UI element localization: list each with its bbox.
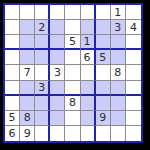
- cell-r8c3[interactable]: [35, 111, 50, 126]
- cell-r7c7[interactable]: [96, 96, 111, 111]
- cell-r9c7[interactable]: [96, 126, 111, 141]
- cell-r3c4[interactable]: [50, 35, 65, 50]
- cell-r6c5[interactable]: [65, 81, 80, 96]
- cell-r7c5: 8: [65, 96, 80, 111]
- cell-r1c7[interactable]: [96, 5, 111, 20]
- cell-r2c8: 3: [111, 20, 126, 35]
- cell-r5c6[interactable]: [81, 65, 96, 80]
- cell-r7c8[interactable]: [111, 96, 126, 111]
- cell-r3c8[interactable]: [111, 35, 126, 50]
- cell-r3c6: 1: [81, 35, 96, 50]
- cell-r8c8[interactable]: [111, 111, 126, 126]
- cell-r5c7[interactable]: [96, 65, 111, 80]
- cell-r7c9[interactable]: [126, 96, 141, 111]
- cell-r3c1[interactable]: [5, 35, 20, 50]
- cell-r8c7: 9: [96, 111, 111, 126]
- cell-r5c2: 7: [20, 65, 35, 80]
- cell-r2c9: 4: [126, 20, 141, 35]
- cell-r6c1[interactable]: [5, 81, 20, 96]
- cell-r7c4[interactable]: [50, 96, 65, 111]
- cell-r9c8[interactable]: [111, 126, 126, 141]
- cell-r7c3[interactable]: [35, 96, 50, 111]
- cell-r4c5[interactable]: [65, 50, 80, 65]
- cell-r2c7[interactable]: [96, 20, 111, 35]
- cell-r8c4[interactable]: [50, 111, 65, 126]
- cell-r5c8: 8: [111, 65, 126, 80]
- cell-r6c7[interactable]: [96, 81, 111, 96]
- cell-r3c9[interactable]: [126, 35, 141, 50]
- cell-r9c5[interactable]: [65, 126, 80, 141]
- cell-r6c4[interactable]: [50, 81, 65, 96]
- cell-r6c3: 3: [35, 81, 50, 96]
- cell-r2c6[interactable]: [81, 20, 96, 35]
- cell-r5c5[interactable]: [65, 65, 80, 80]
- cell-r8c2: 8: [20, 111, 35, 126]
- cell-r2c4[interactable]: [50, 20, 65, 35]
- cell-r1c1[interactable]: [5, 5, 20, 20]
- cell-r7c1[interactable]: [5, 96, 20, 111]
- cell-r2c3: 2: [35, 20, 50, 35]
- cell-r3c7[interactable]: [96, 35, 111, 50]
- cell-r5c9[interactable]: [126, 65, 141, 80]
- cell-r2c2[interactable]: [20, 20, 35, 35]
- cell-r2c5[interactable]: [65, 20, 80, 35]
- cell-r4c1[interactable]: [5, 50, 20, 65]
- cell-r4c4[interactable]: [50, 50, 65, 65]
- cell-r8c5[interactable]: [65, 111, 80, 126]
- cell-r1c8: 1: [111, 5, 126, 20]
- cell-r1c4[interactable]: [50, 5, 65, 20]
- cell-r5c3[interactable]: [35, 65, 50, 80]
- cell-r9c2: 9: [20, 126, 35, 141]
- cell-r1c9[interactable]: [126, 5, 141, 20]
- cell-r4c3[interactable]: [35, 50, 50, 65]
- cell-r8c9[interactable]: [126, 111, 141, 126]
- cell-r6c2[interactable]: [20, 81, 35, 96]
- cell-r6c9[interactable]: [126, 81, 141, 96]
- cell-r8c6[interactable]: [81, 111, 96, 126]
- cell-r7c2[interactable]: [20, 96, 35, 111]
- cell-r3c2[interactable]: [20, 35, 35, 50]
- cell-r3c5: 5: [65, 35, 80, 50]
- cell-r4c9[interactable]: [126, 50, 141, 65]
- sudoku-grid: 123451657383858969: [5, 5, 141, 141]
- cell-r4c2[interactable]: [20, 50, 35, 65]
- cell-r5c4: 3: [50, 65, 65, 80]
- cell-r8c1: 5: [5, 111, 20, 126]
- cell-r1c3[interactable]: [35, 5, 50, 20]
- cell-r7c6[interactable]: [81, 96, 96, 111]
- cell-r1c5[interactable]: [65, 5, 80, 20]
- sudoku-board: 123451657383858969: [3, 3, 143, 143]
- cell-r6c8[interactable]: [111, 81, 126, 96]
- cell-r1c6[interactable]: [81, 5, 96, 20]
- cell-r2c1[interactable]: [5, 20, 20, 35]
- cell-r9c1: 6: [5, 126, 20, 141]
- cell-r9c9[interactable]: [126, 126, 141, 141]
- cell-r1c2[interactable]: [20, 5, 35, 20]
- cell-r3c3[interactable]: [35, 35, 50, 50]
- cell-r9c4[interactable]: [50, 126, 65, 141]
- cell-r4c6: 6: [81, 50, 96, 65]
- cell-r9c6[interactable]: [81, 126, 96, 141]
- cell-r9c3[interactable]: [35, 126, 50, 141]
- cell-r4c8[interactable]: [111, 50, 126, 65]
- cell-r4c7: 5: [96, 50, 111, 65]
- cell-r6c6[interactable]: [81, 81, 96, 96]
- cell-r5c1[interactable]: [5, 65, 20, 80]
